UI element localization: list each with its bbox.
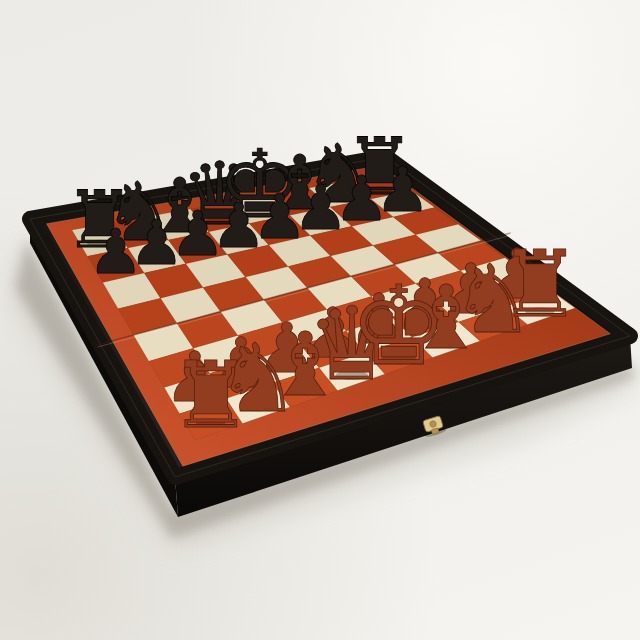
white-rook[interactable]: ♜ <box>498 230 581 338</box>
chess-set-photo: ♜♞♝♛♚♝♞♜♟♟♟♟♟♟♟♟♟♟♟♟♟♟♟♟♜♞♝♛♚♝♞♜ <box>0 0 640 640</box>
black-pawn[interactable]: ♟ <box>375 154 430 226</box>
chess-board: ♜♞♝♛♚♝♞♜♟♟♟♟♟♟♟♟♟♟♟♟♟♟♟♟♜♞♝♛♚♝♞♜ <box>0 0 640 640</box>
